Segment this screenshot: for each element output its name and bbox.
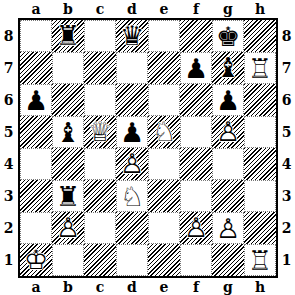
rank-label-1: 1 [278, 244, 295, 276]
file-label-h: h [244, 278, 276, 295]
piece-black-rook-b8[interactable]: ♜ [52, 20, 84, 52]
square-a3[interactable] [20, 180, 52, 212]
rank-label-8: 8 [0, 20, 17, 52]
rank-label-2: 2 [278, 212, 295, 244]
file-label-a: a [20, 0, 52, 17]
rank-labels-right: 87654321 [278, 20, 295, 276]
black-piece-glyph: ♝ [212, 52, 244, 84]
square-b5[interactable]: ♝ [52, 116, 84, 148]
file-label-d: d [116, 0, 148, 17]
rank-label-1: 1 [0, 244, 17, 276]
square-d1[interactable] [116, 244, 148, 276]
square-a7[interactable] [20, 52, 52, 84]
square-d3[interactable]: ♞♘ [116, 180, 148, 212]
piece-white-knight-e5[interactable]: ♞♘ [148, 116, 180, 148]
file-label-e: e [148, 0, 180, 17]
file-label-c: c [84, 0, 116, 17]
white-piece-outline: ♙ [180, 212, 212, 244]
square-a6[interactable]: ♟ [20, 84, 52, 116]
square-e8[interactable] [148, 20, 180, 52]
square-e1[interactable] [148, 244, 180, 276]
square-b2[interactable]: ♟♙ [52, 212, 84, 244]
rank-label-5: 5 [0, 116, 17, 148]
file-label-h: h [244, 0, 276, 17]
square-c1[interactable] [84, 244, 116, 276]
square-a2[interactable] [20, 212, 52, 244]
square-g5[interactable]: ♟♙ [212, 116, 244, 148]
square-f4[interactable] [180, 148, 212, 180]
square-f6[interactable] [180, 84, 212, 116]
file-labels-top: abcdefgh [20, 0, 276, 17]
black-piece-glyph: ♝ [53, 117, 83, 147]
piece-white-pawn-b2[interactable]: ♟♙ [52, 212, 84, 244]
piece-black-rook-b3[interactable]: ♜ [53, 181, 83, 211]
black-piece-glyph: ♜ [52, 20, 84, 52]
square-c3[interactable] [84, 180, 116, 212]
piece-white-queen-c5[interactable]: ♛♕ [84, 116, 116, 148]
square-d5[interactable]: ♟ [116, 116, 148, 148]
square-a8[interactable] [20, 20, 52, 52]
square-d4[interactable]: ♟♙ [116, 148, 148, 180]
square-a1[interactable]: ♚♔ [20, 244, 52, 276]
square-c8[interactable] [84, 20, 116, 52]
piece-black-pawn-g6[interactable]: ♟ [213, 85, 243, 115]
square-g8[interactable]: ♚ [212, 20, 244, 52]
black-piece-glyph: ♟ [117, 117, 147, 147]
square-c4[interactable] [84, 148, 116, 180]
square-f7[interactable]: ♟ [180, 52, 212, 84]
white-piece-outline: ♔ [20, 244, 52, 276]
file-label-b: b [52, 278, 84, 295]
black-piece-glyph: ♟ [181, 53, 211, 83]
square-c5[interactable]: ♛♕ [84, 116, 116, 148]
file-labels-bottom: abcdefgh [20, 278, 276, 295]
square-h1[interactable]: ♜♖ [244, 244, 276, 276]
square-g6[interactable]: ♟ [212, 84, 244, 116]
piece-black-pawn-d5[interactable]: ♟ [117, 117, 147, 147]
piece-white-pawn-g5[interactable]: ♟♙ [212, 116, 244, 148]
square-h3[interactable] [244, 180, 276, 212]
square-a4[interactable] [20, 148, 52, 180]
square-e4[interactable] [148, 148, 180, 180]
piece-black-queen-d8[interactable]: ♛ [116, 20, 148, 52]
chess-board: ♜♛♚♟♝♜♖♟♟♝♛♕♟♞♘♟♙♟♙♜♞♘♟♙♟♙♟♙♚♔♜♖ [18, 18, 278, 278]
square-b7[interactable] [52, 52, 84, 84]
rank-label-2: 2 [0, 212, 17, 244]
black-piece-glyph: ♜ [53, 181, 83, 211]
rank-label-8: 8 [278, 20, 295, 52]
square-g1[interactable] [212, 244, 244, 276]
square-e2[interactable] [148, 212, 180, 244]
white-piece-outline: ♙ [116, 148, 148, 180]
rank-label-5: 5 [278, 116, 295, 148]
square-d8[interactable]: ♛ [116, 20, 148, 52]
piece-white-rook-h1[interactable]: ♜♖ [245, 245, 275, 275]
square-d7[interactable] [116, 52, 148, 84]
square-g4[interactable] [212, 148, 244, 180]
square-d2[interactable] [116, 212, 148, 244]
square-g2[interactable]: ♟♙ [212, 212, 244, 244]
square-e6[interactable] [148, 84, 180, 116]
piece-white-pawn-f2[interactable]: ♟♙ [180, 212, 212, 244]
square-f5[interactable] [180, 116, 212, 148]
square-f3[interactable] [180, 180, 212, 212]
square-f2[interactable]: ♟♙ [180, 212, 212, 244]
rank-label-4: 4 [0, 148, 17, 180]
square-f1[interactable] [180, 244, 212, 276]
square-h2[interactable] [244, 212, 276, 244]
rank-label-3: 3 [0, 180, 17, 212]
white-piece-outline: ♙ [52, 212, 84, 244]
square-h4[interactable] [244, 148, 276, 180]
white-piece-outline: ♕ [84, 116, 116, 148]
square-h8[interactable] [244, 20, 276, 52]
file-label-d: d [116, 278, 148, 295]
square-b8[interactable]: ♜ [52, 20, 84, 52]
rank-label-6: 6 [278, 84, 295, 116]
file-label-f: f [180, 0, 212, 17]
square-d6[interactable] [116, 84, 148, 116]
square-b1[interactable] [52, 244, 84, 276]
file-label-a: a [20, 278, 52, 295]
square-g3[interactable] [212, 180, 244, 212]
piece-black-king-g8[interactable]: ♚ [213, 21, 243, 51]
square-b6[interactable] [52, 84, 84, 116]
square-h5[interactable] [244, 116, 276, 148]
square-e7[interactable] [148, 52, 180, 84]
file-label-e: e [148, 278, 180, 295]
rank-label-7: 7 [278, 52, 295, 84]
piece-white-knight-d3[interactable]: ♞♘ [117, 181, 147, 211]
file-label-b: b [52, 0, 84, 17]
white-piece-outline: ♖ [245, 245, 275, 275]
black-piece-glyph: ♟ [213, 85, 243, 115]
square-a5[interactable] [20, 116, 52, 148]
piece-white-king-a1[interactable]: ♚♔ [20, 244, 52, 276]
white-piece-outline: ♙ [213, 213, 243, 243]
white-piece-outline: ♖ [245, 53, 275, 83]
file-label-f: f [180, 278, 212, 295]
piece-white-rook-h7[interactable]: ♜♖ [245, 53, 275, 83]
square-c6[interactable] [84, 84, 116, 116]
chess-diagram: abcdefgh 87654321 ♜♛♚♟♝♜♖♟♟♝♛♕♟♞♘♟♙♟♙♜♞♘… [0, 0, 295, 295]
square-e5[interactable]: ♞♘ [148, 116, 180, 148]
rank-label-3: 3 [278, 180, 295, 212]
piece-white-pawn-d4[interactable]: ♟♙ [116, 148, 148, 180]
square-b4[interactable] [52, 148, 84, 180]
black-piece-glyph: ♛ [116, 20, 148, 52]
rank-label-4: 4 [278, 148, 295, 180]
square-g7[interactable]: ♝ [212, 52, 244, 84]
piece-black-bishop-g7[interactable]: ♝ [212, 52, 244, 84]
piece-black-pawn-a6[interactable]: ♟ [21, 85, 51, 115]
white-piece-outline: ♙ [212, 116, 244, 148]
square-c7[interactable] [84, 52, 116, 84]
square-h7[interactable]: ♜♖ [244, 52, 276, 84]
file-label-g: g [212, 0, 244, 17]
square-b3[interactable]: ♜ [52, 180, 84, 212]
rank-labels-left: 87654321 [0, 20, 17, 276]
white-piece-outline: ♘ [117, 181, 147, 211]
file-label-c: c [84, 278, 116, 295]
piece-black-pawn-f7[interactable]: ♟ [181, 53, 211, 83]
file-label-g: g [212, 278, 244, 295]
square-e3[interactable] [148, 180, 180, 212]
square-f8[interactable] [180, 20, 212, 52]
black-piece-glyph: ♟ [21, 85, 51, 115]
piece-white-pawn-g2[interactable]: ♟♙ [213, 213, 243, 243]
rank-label-6: 6 [0, 84, 17, 116]
square-h6[interactable] [244, 84, 276, 116]
square-c2[interactable] [84, 212, 116, 244]
piece-black-bishop-b5[interactable]: ♝ [53, 117, 83, 147]
rank-label-7: 7 [0, 52, 17, 84]
white-piece-outline: ♘ [148, 116, 180, 148]
black-piece-glyph: ♚ [213, 21, 243, 51]
